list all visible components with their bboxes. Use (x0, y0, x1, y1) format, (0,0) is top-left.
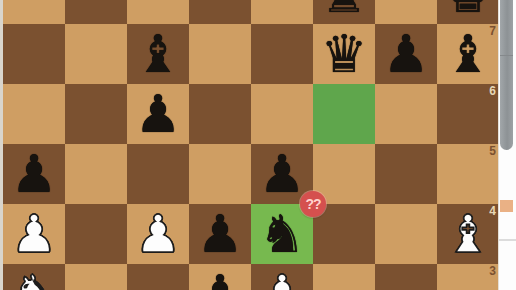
white-pawn[interactable]: ♟ (127, 204, 189, 264)
square-h5[interactable]: 5 (437, 144, 499, 204)
blunder-badge: ?? (300, 191, 326, 217)
page-left-edge (0, 0, 3, 290)
square-b8[interactable] (65, 0, 127, 24)
square-f6[interactable] (313, 84, 375, 144)
white-pawn[interactable]: ♟ (3, 204, 65, 264)
square-h8[interactable]: ♚ (437, 0, 499, 24)
black-rook[interactable]: ♜ (313, 0, 375, 24)
square-d7[interactable] (189, 24, 251, 84)
square-b6[interactable] (65, 84, 127, 144)
white-knight[interactable]: ♞ (3, 264, 65, 290)
square-b7[interactable] (65, 24, 127, 84)
square-g5[interactable] (375, 144, 437, 204)
square-b5[interactable] (65, 144, 127, 204)
chess-board[interactable]: ♜♚♝♛♟♝7♟6♟♟5♟♟♟♞♝4♞♟♟3 (3, 0, 499, 290)
black-pawn[interactable]: ♟ (189, 204, 251, 264)
black-pawn[interactable]: ♟ (375, 24, 437, 84)
square-h6[interactable]: 6 (437, 84, 499, 144)
page: ♜♚♝♛♟♝7♟6♟♟5♟♟♟♞♝4♞♟♟3 ?? (0, 0, 516, 290)
square-d8[interactable] (189, 0, 251, 24)
panel-divider (499, 239, 516, 241)
square-d3[interactable]: ♟ (189, 264, 251, 290)
square-c3[interactable] (127, 264, 189, 290)
white-pawn[interactable]: ♟ (251, 264, 313, 290)
rank-coordinate-6: 6 (489, 85, 496, 97)
square-h4[interactable]: ♝4 (437, 204, 499, 264)
square-e8[interactable] (251, 0, 313, 24)
square-a6[interactable] (3, 84, 65, 144)
square-a4[interactable]: ♟ (3, 204, 65, 264)
square-d4[interactable]: ♟ (189, 204, 251, 264)
square-e3[interactable]: ♟ (251, 264, 313, 290)
square-c5[interactable] (127, 144, 189, 204)
square-d6[interactable] (189, 84, 251, 144)
scroll-marker (500, 200, 513, 212)
black-bishop[interactable]: ♝ (127, 24, 189, 84)
square-h7[interactable]: ♝7 (437, 24, 499, 84)
square-f7[interactable]: ♛ (313, 24, 375, 84)
square-h3[interactable]: 3 (437, 264, 499, 290)
rank-coordinate-4: 4 (489, 205, 496, 217)
black-king[interactable]: ♚ (437, 0, 499, 24)
blunder-glyph: ?? (305, 196, 320, 212)
rank-coordinate-3: 3 (489, 265, 496, 277)
square-e7[interactable] (251, 24, 313, 84)
black-queen[interactable]: ♛ (313, 24, 375, 84)
black-pawn[interactable]: ♟ (189, 264, 251, 290)
black-pawn[interactable]: ♟ (3, 144, 65, 204)
square-g6[interactable] (375, 84, 437, 144)
rank-coordinate-5: 5 (489, 145, 496, 157)
square-c4[interactable]: ♟ (127, 204, 189, 264)
square-d5[interactable] (189, 144, 251, 204)
square-g4[interactable] (375, 204, 437, 264)
square-c8[interactable] (127, 0, 189, 24)
scrollbar-thumb[interactable] (500, 0, 513, 150)
square-f3[interactable] (313, 264, 375, 290)
square-a7[interactable] (3, 24, 65, 84)
square-a3[interactable]: ♞ (3, 264, 65, 290)
square-e6[interactable] (251, 84, 313, 144)
square-g8[interactable] (375, 0, 437, 24)
square-g3[interactable] (375, 264, 437, 290)
square-c7[interactable]: ♝ (127, 24, 189, 84)
square-b4[interactable] (65, 204, 127, 264)
black-pawn[interactable]: ♟ (127, 84, 189, 144)
square-g7[interactable]: ♟ (375, 24, 437, 84)
right-panel (498, 0, 516, 290)
square-f8[interactable]: ♜ (313, 0, 375, 24)
square-a8[interactable] (3, 0, 65, 24)
square-c6[interactable]: ♟ (127, 84, 189, 144)
square-a5[interactable]: ♟ (3, 144, 65, 204)
square-b3[interactable] (65, 264, 127, 290)
rank-coordinate-7: 7 (489, 25, 496, 37)
